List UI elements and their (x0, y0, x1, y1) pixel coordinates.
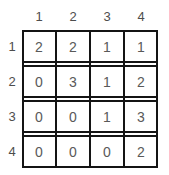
row-label-1: 1 (5, 30, 22, 63)
cell-r4c4: 2 (124, 137, 158, 166)
cell-r4c1: 0 (22, 137, 56, 166)
cell-r3c1: 0 (22, 102, 56, 131)
grid-vertical-line (156, 30, 158, 168)
cell-r1c4: 1 (124, 32, 158, 61)
corner-spacer (5, 8, 22, 30)
grid-vertical-line (123, 30, 125, 168)
column-label-3: 3 (90, 8, 124, 26)
cell-r3c2: 0 (56, 102, 90, 131)
cell-r3c3: 1 (90, 102, 124, 131)
grid-vertical-line (55, 30, 57, 168)
grid-vertical-line (89, 30, 91, 168)
row-label-4: 4 (5, 135, 22, 168)
column-label-1: 1 (22, 8, 56, 26)
row-label-2: 2 (5, 65, 22, 98)
cell-r3c4: 3 (124, 102, 158, 131)
row-labels: 1 2 3 4 (5, 30, 22, 168)
cell-r2c1: 0 (22, 67, 56, 96)
cell-r1c2: 2 (56, 32, 90, 61)
grid-vertical-line (22, 30, 24, 168)
column-label-2: 2 (56, 8, 90, 26)
cell-r4c2: 0 (56, 137, 90, 166)
cell-r1c3: 1 (90, 32, 124, 61)
cell-r2c4: 2 (124, 67, 158, 96)
cell-r2c2: 3 (56, 67, 90, 96)
matrix-diagram: 1 2 3 4 1 2 3 4 2 2 1 1 0 3 1 2 (5, 8, 158, 168)
column-labels: 1 2 3 4 (22, 8, 158, 30)
column-label-4: 4 (124, 8, 158, 26)
number-grid-board: 2 2 1 1 0 3 1 2 0 0 1 3 0 0 0 2 (22, 30, 158, 168)
cell-r1c1: 2 (22, 32, 56, 61)
cell-r4c3: 0 (90, 137, 124, 166)
row-label-3: 3 (5, 100, 22, 133)
cell-r2c3: 1 (90, 67, 124, 96)
